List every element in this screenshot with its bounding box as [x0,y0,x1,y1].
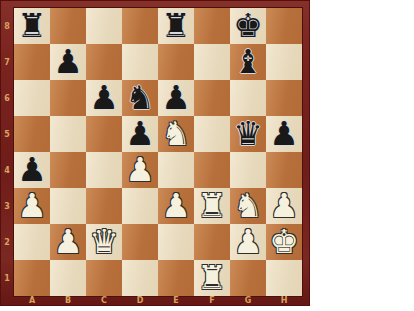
square-b1[interactable] [50,260,86,296]
file-label-b: B [50,295,86,306]
board-grid: ♜♜♚♟♝♟♞♟♟♞♛♟♟♟♟♟♜♞♟♟♛♟♚♜ [14,8,302,296]
white-pawn-h3[interactable]: ♟ [269,188,299,224]
square-g7[interactable]: ♝ [230,44,266,80]
black-bishop-g7[interactable]: ♝ [233,44,263,80]
white-pawn-g2[interactable]: ♟ [233,224,263,260]
square-h5[interactable]: ♟ [266,116,302,152]
white-pawn-e3[interactable]: ♟ [161,188,191,224]
black-pawn-d5[interactable]: ♟ [125,116,155,152]
black-pawn-b7[interactable]: ♟ [53,44,83,80]
white-knight-e5[interactable]: ♞ [161,116,191,152]
rank-label-2: 2 [0,224,14,260]
square-b5[interactable] [50,116,86,152]
square-d6[interactable]: ♞ [122,80,158,116]
square-e2[interactable] [158,224,194,260]
black-king-g8[interactable]: ♚ [233,8,263,44]
square-b7[interactable]: ♟ [50,44,86,80]
square-a8[interactable]: ♜ [14,8,50,44]
rank-label-5: 5 [0,116,14,152]
square-b3[interactable] [50,188,86,224]
square-c2[interactable]: ♛ [86,224,122,260]
square-f4[interactable] [194,152,230,188]
square-h7[interactable] [266,44,302,80]
square-a7[interactable] [14,44,50,80]
square-e8[interactable]: ♜ [158,8,194,44]
file-label-g: G [230,295,266,306]
square-e4[interactable] [158,152,194,188]
square-f6[interactable] [194,80,230,116]
white-rook-f1[interactable]: ♜ [197,260,227,296]
square-a5[interactable] [14,116,50,152]
file-label-e: E [158,295,194,306]
black-pawn-a4[interactable]: ♟ [17,152,47,188]
black-queen-g5[interactable]: ♛ [233,116,263,152]
square-d4[interactable]: ♟ [122,152,158,188]
white-pawn-b2[interactable]: ♟ [53,224,83,260]
square-b2[interactable]: ♟ [50,224,86,260]
square-b8[interactable] [50,8,86,44]
square-e7[interactable] [158,44,194,80]
rank-label-6: 6 [0,80,14,116]
black-pawn-e6[interactable]: ♟ [161,80,191,116]
square-h4[interactable] [266,152,302,188]
square-e6[interactable]: ♟ [158,80,194,116]
file-label-f: F [194,295,230,306]
square-c3[interactable] [86,188,122,224]
rank-label-4: 4 [0,152,14,188]
file-label-c: C [86,295,122,306]
square-g8[interactable]: ♚ [230,8,266,44]
chess-board: 87654321 ♜♜♚♟♝♟♞♟♟♞♛♟♟♟♟♟♜♞♟♟♛♟♚♜ ABCDEF… [0,0,310,306]
square-f2[interactable] [194,224,230,260]
black-rook-a8[interactable]: ♜ [17,8,47,44]
rank-label-1: 1 [0,260,14,296]
square-a6[interactable] [14,80,50,116]
square-a4[interactable]: ♟ [14,152,50,188]
square-c5[interactable] [86,116,122,152]
square-a2[interactable] [14,224,50,260]
rank-label-3: 3 [0,188,14,224]
square-d2[interactable] [122,224,158,260]
square-c4[interactable] [86,152,122,188]
black-knight-d6[interactable]: ♞ [125,80,155,116]
square-g4[interactable] [230,152,266,188]
square-g3[interactable]: ♞ [230,188,266,224]
square-g6[interactable] [230,80,266,116]
white-queen-c2[interactable]: ♛ [89,224,119,260]
square-f1[interactable]: ♜ [194,260,230,296]
square-d5[interactable]: ♟ [122,116,158,152]
white-king-h2[interactable]: ♚ [269,224,299,260]
square-c7[interactable] [86,44,122,80]
file-labels: ABCDEFGH [14,295,302,306]
square-d7[interactable] [122,44,158,80]
white-rook-f3[interactable]: ♜ [197,188,227,224]
black-pawn-h5[interactable]: ♟ [269,116,299,152]
square-d3[interactable] [122,188,158,224]
square-e1[interactable] [158,260,194,296]
white-knight-g3[interactable]: ♞ [233,188,263,224]
square-f3[interactable]: ♜ [194,188,230,224]
square-f8[interactable] [194,8,230,44]
square-e5[interactable]: ♞ [158,116,194,152]
square-a1[interactable] [14,260,50,296]
square-g5[interactable]: ♛ [230,116,266,152]
square-g2[interactable]: ♟ [230,224,266,260]
square-d8[interactable] [122,8,158,44]
black-pawn-c6[interactable]: ♟ [89,80,119,116]
square-h3[interactable]: ♟ [266,188,302,224]
square-h2[interactable]: ♚ [266,224,302,260]
square-d1[interactable] [122,260,158,296]
square-g1[interactable] [230,260,266,296]
white-pawn-d4[interactable]: ♟ [125,152,155,188]
square-b4[interactable] [50,152,86,188]
square-h6[interactable] [266,80,302,116]
white-pawn-a3[interactable]: ♟ [17,188,47,224]
square-h1[interactable] [266,260,302,296]
square-a3[interactable]: ♟ [14,188,50,224]
square-c6[interactable]: ♟ [86,80,122,116]
rank-label-8: 8 [0,8,14,44]
square-c8[interactable] [86,8,122,44]
square-e3[interactable]: ♟ [158,188,194,224]
square-h8[interactable] [266,8,302,44]
file-label-h: H [266,295,302,306]
square-c1[interactable] [86,260,122,296]
square-f5[interactable] [194,116,230,152]
square-f7[interactable] [194,44,230,80]
black-rook-e8[interactable]: ♜ [161,8,191,44]
file-label-d: D [122,295,158,306]
square-b6[interactable] [50,80,86,116]
rank-labels: 87654321 [0,8,14,296]
file-label-a: A [14,295,50,306]
rank-label-7: 7 [0,44,14,80]
